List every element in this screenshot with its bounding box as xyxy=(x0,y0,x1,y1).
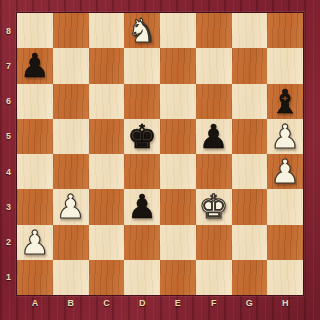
square-g2[interactable] xyxy=(232,225,268,260)
file-label-g: G xyxy=(232,295,268,308)
square-b5[interactable] xyxy=(53,119,89,154)
square-a3[interactable] xyxy=(17,189,53,224)
square-e8[interactable] xyxy=(160,13,196,48)
square-h4[interactable]: ♟ xyxy=(267,154,303,189)
square-e6[interactable] xyxy=(160,84,196,119)
square-c5[interactable] xyxy=(89,119,125,154)
square-d6[interactable] xyxy=(124,84,160,119)
square-a7[interactable]: ♟ xyxy=(17,48,53,83)
square-g6[interactable] xyxy=(232,84,268,119)
white-knight[interactable]: ♞ xyxy=(127,14,157,47)
square-f2[interactable] xyxy=(196,225,232,260)
square-a5[interactable] xyxy=(17,119,53,154)
file-label-c: C xyxy=(89,295,125,308)
square-f1[interactable] xyxy=(196,260,232,295)
square-g4[interactable] xyxy=(232,154,268,189)
black-bishop[interactable]: ♝ xyxy=(270,85,300,118)
square-f3[interactable]: ♚ xyxy=(196,189,232,224)
rank-label-1: 1 xyxy=(0,260,17,295)
rank-label-8: 8 xyxy=(0,13,17,48)
square-a1[interactable] xyxy=(17,260,53,295)
white-pawn[interactable]: ♟ xyxy=(20,226,50,259)
square-c4[interactable] xyxy=(89,154,125,189)
square-a6[interactable] xyxy=(17,84,53,119)
square-h5[interactable]: ♟ xyxy=(267,119,303,154)
square-e5[interactable] xyxy=(160,119,196,154)
white-pawn[interactable]: ♟ xyxy=(56,190,86,223)
square-c2[interactable] xyxy=(89,225,125,260)
square-a2[interactable]: ♟ xyxy=(17,225,53,260)
square-b2[interactable] xyxy=(53,225,89,260)
square-c7[interactable] xyxy=(89,48,125,83)
square-e4[interactable] xyxy=(160,154,196,189)
square-b7[interactable] xyxy=(53,48,89,83)
rank-label-6: 6 xyxy=(0,84,17,119)
square-b6[interactable] xyxy=(53,84,89,119)
rank-labels: 87654321 xyxy=(0,13,17,295)
square-h6[interactable]: ♝ xyxy=(267,84,303,119)
file-label-d: D xyxy=(124,295,160,308)
square-h1[interactable] xyxy=(267,260,303,295)
rank-label-2: 2 xyxy=(0,225,17,260)
chess-board-frame: 87654321 ABCDEFGH ♞♟♝♚♟♟♟♟♟♚♟ xyxy=(0,0,320,320)
white-pawn[interactable]: ♟ xyxy=(270,155,300,188)
square-d4[interactable] xyxy=(124,154,160,189)
square-g7[interactable] xyxy=(232,48,268,83)
square-b3[interactable]: ♟ xyxy=(53,189,89,224)
square-b1[interactable] xyxy=(53,260,89,295)
square-f4[interactable] xyxy=(196,154,232,189)
square-c1[interactable] xyxy=(89,260,125,295)
white-king[interactable]: ♚ xyxy=(199,190,229,223)
square-f8[interactable] xyxy=(196,13,232,48)
square-e1[interactable] xyxy=(160,260,196,295)
square-d5[interactable]: ♚ xyxy=(124,119,160,154)
black-king[interactable]: ♚ xyxy=(127,120,157,153)
square-a8[interactable] xyxy=(17,13,53,48)
square-e3[interactable] xyxy=(160,189,196,224)
square-d8[interactable]: ♞ xyxy=(124,13,160,48)
square-h7[interactable] xyxy=(267,48,303,83)
square-a4[interactable] xyxy=(17,154,53,189)
square-g3[interactable] xyxy=(232,189,268,224)
rank-label-7: 7 xyxy=(0,48,17,83)
black-pawn[interactable]: ♟ xyxy=(20,49,50,82)
square-c3[interactable] xyxy=(89,189,125,224)
file-label-f: F xyxy=(196,295,232,308)
rank-label-4: 4 xyxy=(0,154,17,189)
square-e2[interactable] xyxy=(160,225,196,260)
file-labels: ABCDEFGH xyxy=(17,295,303,320)
black-pawn[interactable]: ♟ xyxy=(127,190,157,223)
square-f5[interactable]: ♟ xyxy=(196,119,232,154)
square-c6[interactable] xyxy=(89,84,125,119)
square-d7[interactable] xyxy=(124,48,160,83)
chess-board: ♞♟♝♚♟♟♟♟♟♚♟ xyxy=(17,13,303,295)
square-e7[interactable] xyxy=(160,48,196,83)
square-g1[interactable] xyxy=(232,260,268,295)
file-label-b: B xyxy=(53,295,89,308)
square-b4[interactable] xyxy=(53,154,89,189)
square-d2[interactable] xyxy=(124,225,160,260)
rank-label-3: 3 xyxy=(0,189,17,224)
square-c8[interactable] xyxy=(89,13,125,48)
square-g5[interactable] xyxy=(232,119,268,154)
file-label-h: H xyxy=(267,295,303,308)
square-h3[interactable] xyxy=(267,189,303,224)
square-d3[interactable]: ♟ xyxy=(124,189,160,224)
white-pawn[interactable]: ♟ xyxy=(270,120,300,153)
square-d1[interactable] xyxy=(124,260,160,295)
square-b8[interactable] xyxy=(53,13,89,48)
square-f7[interactable] xyxy=(196,48,232,83)
file-label-e: E xyxy=(160,295,196,308)
square-h8[interactable] xyxy=(267,13,303,48)
square-g8[interactable] xyxy=(232,13,268,48)
square-h2[interactable] xyxy=(267,225,303,260)
square-f6[interactable] xyxy=(196,84,232,119)
rank-label-5: 5 xyxy=(0,119,17,154)
black-pawn[interactable]: ♟ xyxy=(199,120,229,153)
file-label-a: A xyxy=(17,295,53,308)
